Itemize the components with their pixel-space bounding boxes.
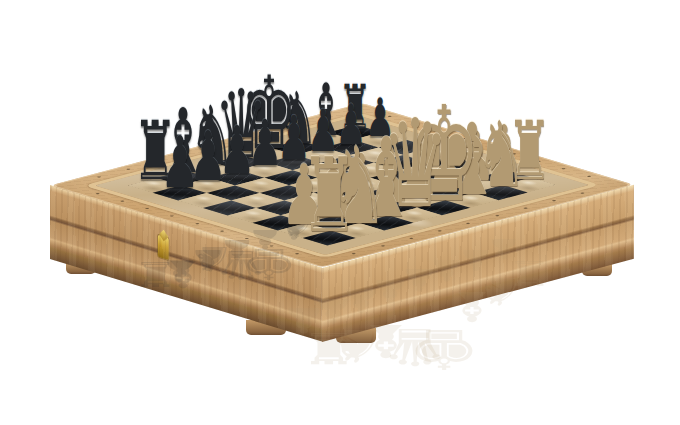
brass-latch — [158, 235, 169, 260]
frame-pin — [220, 230, 225, 231]
frame-pin — [580, 192, 585, 193]
white-rook-a1[interactable]: ♜ — [301, 145, 358, 247]
piece-reflection: ♛ — [381, 321, 449, 372]
frame-pin — [125, 168, 130, 169]
frame-pin — [145, 208, 150, 209]
chess-set-scene: ♜♜♝♝♞♞♛♛♚♚♞♞♝♝♜♜♟♟♟♟♟♟♟♟♟♟♟♟♟♟♟♟♟♟♟♟♟♟♟♟… — [0, 0, 680, 425]
frame-pin — [562, 168, 567, 169]
frame-pin — [195, 223, 200, 224]
black-pawn-a7[interactable]: ♟ — [160, 128, 199, 199]
frame-pin — [95, 193, 100, 194]
piece-reflection: ♚ — [407, 321, 480, 376]
frame-pin — [587, 175, 592, 176]
frame-pin — [295, 253, 300, 254]
frame-pin — [270, 245, 275, 246]
frame-pin — [245, 238, 250, 239]
frame-pin — [551, 200, 556, 201]
frame-pin — [96, 176, 101, 177]
frame-pin — [170, 215, 175, 216]
frame-pin — [120, 200, 125, 201]
frame-pin — [523, 207, 528, 208]
